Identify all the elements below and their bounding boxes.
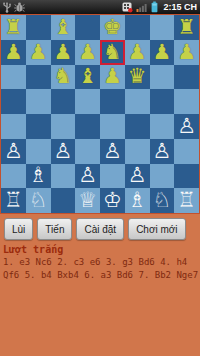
square-c4[interactable] — [51, 114, 76, 139]
square-d7[interactable]: ♟ — [75, 40, 100, 65]
square-g1[interactable]: ♘ — [150, 188, 175, 213]
square-g3[interactable]: ♙ — [150, 139, 175, 164]
white-bishop-piece: ♗ — [128, 190, 147, 211]
square-a6[interactable] — [1, 65, 26, 90]
black-pawn-piece: ♟ — [78, 42, 97, 63]
battery-icon — [151, 1, 158, 13]
square-e1[interactable]: ♔ — [100, 188, 125, 213]
black-rook-piece: ♜ — [4, 17, 23, 38]
white-pawn-piece: ♙ — [177, 116, 196, 137]
square-d3[interactable] — [75, 139, 100, 164]
square-g4[interactable] — [150, 114, 175, 139]
white-rook-piece: ♖ — [4, 190, 23, 211]
black-pawn-piece: ♟ — [4, 42, 23, 63]
square-e2[interactable] — [100, 164, 125, 189]
square-g2[interactable] — [150, 164, 175, 189]
phone-screen: 2:15 CH ♜♝♚♜♟♟♟♟♞♟♟♟♞♝♟♛♙♙♙♙♙♗♙♙♖♘♕♔♗♘♖ … — [0, 0, 200, 356]
white-knight-piece: ♘ — [29, 190, 48, 211]
clock: 2:15 CH — [163, 0, 197, 14]
white-king-piece: ♔ — [103, 190, 122, 211]
square-e7[interactable]: ♞ — [100, 40, 125, 65]
square-h7[interactable]: ♟ — [174, 40, 199, 65]
square-c2[interactable] — [51, 164, 76, 189]
black-bishop-piece: ♝ — [53, 17, 72, 38]
square-b1[interactable]: ♘ — [26, 188, 51, 213]
white-pawn-piece: ♙ — [152, 141, 171, 162]
square-a1[interactable]: ♖ — [1, 188, 26, 213]
signal-strength-icon — [136, 2, 148, 13]
app-notification-icon — [122, 2, 133, 13]
square-a4[interactable] — [1, 114, 26, 139]
black-pawn-piece: ♟ — [128, 42, 147, 63]
black-pawn-piece: ♟ — [152, 42, 171, 63]
square-f3[interactable] — [125, 139, 150, 164]
bug-icon — [14, 2, 25, 13]
square-e4[interactable] — [100, 114, 125, 139]
black-pawn-piece: ♟ — [53, 42, 72, 63]
black-knight-piece: ♞ — [53, 66, 72, 87]
square-c8[interactable]: ♝ — [51, 15, 76, 40]
square-f7[interactable]: ♟ — [125, 40, 150, 65]
usb-icon — [3, 2, 11, 13]
square-g6[interactable] — [150, 65, 175, 90]
square-b8[interactable] — [26, 15, 51, 40]
square-h1[interactable]: ♖ — [174, 188, 199, 213]
status-bar: 2:15 CH — [0, 0, 200, 14]
square-b4[interactable] — [26, 114, 51, 139]
square-d6[interactable]: ♝ — [75, 65, 100, 90]
square-c1[interactable] — [51, 188, 76, 213]
new-game-button[interactable]: Chơi mới — [128, 218, 185, 240]
square-b7[interactable]: ♟ — [26, 40, 51, 65]
black-queen-piece: ♛ — [128, 66, 147, 87]
square-f6[interactable]: ♛ — [125, 65, 150, 90]
square-d4[interactable] — [75, 114, 100, 139]
square-g7[interactable]: ♟ — [150, 40, 175, 65]
square-d5[interactable] — [75, 89, 100, 114]
square-h4[interactable]: ♙ — [174, 114, 199, 139]
white-pawn-piece: ♙ — [53, 141, 72, 162]
square-a2[interactable] — [1, 164, 26, 189]
move-list: 1. e3 Nc6 2. c3 e6 3. g3 Bd6 4. h4 Qf6 5… — [3, 256, 199, 282]
settings-button[interactable]: Cài đặt — [76, 218, 124, 240]
black-bishop-piece: ♝ — [78, 66, 97, 87]
square-c3[interactable]: ♙ — [51, 139, 76, 164]
square-f4[interactable] — [125, 114, 150, 139]
turn-indicator: Lượt trắng — [3, 244, 198, 255]
square-h6[interactable] — [174, 65, 199, 90]
white-knight-piece: ♘ — [152, 190, 171, 211]
black-rook-piece: ♜ — [177, 17, 196, 38]
square-a3[interactable]: ♙ — [1, 139, 26, 164]
square-h2[interactable] — [174, 164, 199, 189]
chess-board: ♜♝♚♜♟♟♟♟♞♟♟♟♞♝♟♛♙♙♙♙♙♗♙♙♖♘♕♔♗♘♖ — [0, 14, 200, 214]
square-c6[interactable]: ♞ — [51, 65, 76, 90]
square-g5[interactable] — [150, 89, 175, 114]
square-e6[interactable]: ♟ — [100, 65, 125, 90]
square-f8[interactable] — [125, 15, 150, 40]
black-knight-piece: ♞ — [103, 42, 122, 63]
black-pawn-piece: ♟ — [29, 42, 48, 63]
square-f2[interactable]: ♙ — [125, 164, 150, 189]
square-e5[interactable] — [100, 89, 125, 114]
square-e8[interactable]: ♚ — [100, 15, 125, 40]
square-a5[interactable] — [1, 89, 26, 114]
black-king-piece: ♚ — [103, 17, 122, 38]
forward-button[interactable]: Tiến — [37, 218, 72, 240]
board-grid: ♜♝♚♜♟♟♟♟♞♟♟♟♞♝♟♛♙♙♙♙♙♗♙♙♖♘♕♔♗♘♖ — [1, 15, 199, 213]
white-pawn-piece: ♙ — [4, 141, 23, 162]
white-bishop-piece: ♗ — [29, 165, 48, 186]
square-h3[interactable] — [174, 139, 199, 164]
white-queen-piece: ♕ — [78, 190, 97, 211]
square-a8[interactable]: ♜ — [1, 15, 26, 40]
white-pawn-piece: ♙ — [103, 141, 122, 162]
undo-button[interactable]: Lùi — [4, 218, 33, 240]
white-rook-piece: ♖ — [177, 190, 196, 211]
square-f5[interactable] — [125, 89, 150, 114]
square-c5[interactable] — [51, 89, 76, 114]
control-panel: LùiTiếnCài đặtChơi mới Lượt trắng 1. e3 … — [0, 214, 200, 356]
button-row: LùiTiếnCài đặtChơi mới — [4, 218, 198, 240]
square-d2[interactable]: ♙ — [75, 164, 100, 189]
square-d1[interactable]: ♕ — [75, 188, 100, 213]
square-b2[interactable]: ♗ — [26, 164, 51, 189]
square-f1[interactable]: ♗ — [125, 188, 150, 213]
black-pawn-piece: ♟ — [177, 42, 196, 63]
square-d8[interactable] — [75, 15, 100, 40]
square-a7[interactable]: ♟ — [1, 40, 26, 65]
square-b3[interactable] — [26, 139, 51, 164]
square-b6[interactable] — [26, 65, 51, 90]
square-b5[interactable] — [26, 89, 51, 114]
square-e3[interactable]: ♙ — [100, 139, 125, 164]
black-pawn-piece: ♟ — [103, 66, 122, 87]
white-pawn-piece: ♙ — [78, 165, 97, 186]
square-g8[interactable] — [150, 15, 175, 40]
square-h8[interactable]: ♜ — [174, 15, 199, 40]
square-c7[interactable]: ♟ — [51, 40, 76, 65]
square-h5[interactable] — [174, 89, 199, 114]
white-pawn-piece: ♙ — [128, 165, 147, 186]
